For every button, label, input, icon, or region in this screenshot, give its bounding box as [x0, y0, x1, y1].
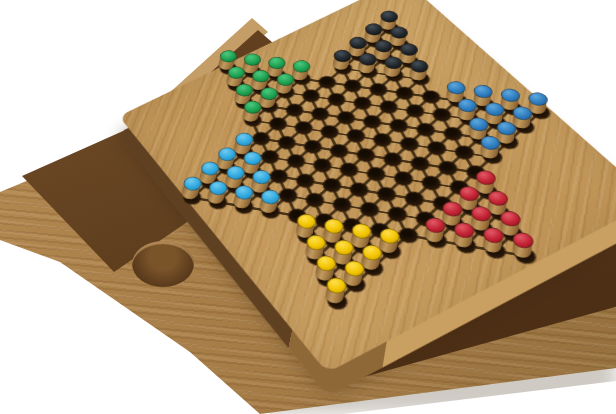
- board-grid: [156, 1, 561, 349]
- cell-r13-c4[interactable]: [255, 200, 286, 222]
- cell-r13-c13[interactable]: [509, 244, 541, 269]
- board-plane: [22, 0, 616, 414]
- cell-r13-c10[interactable]: [421, 228, 453, 252]
- chinese-checkers-travel-set: [0, 0, 616, 414]
- cell-r13-c12[interactable]: [479, 238, 511, 262]
- cell-r13-c11[interactable]: [450, 233, 482, 257]
